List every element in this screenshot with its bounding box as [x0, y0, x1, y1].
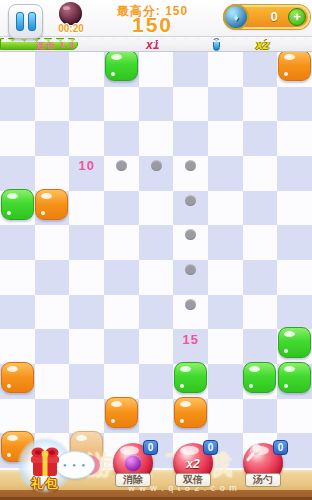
jelly-green[interactable] — [174, 362, 207, 393]
board-cell — [243, 329, 278, 364]
board-cell — [69, 295, 104, 330]
board-cell — [35, 156, 70, 191]
cell-number-label: 10 — [78, 158, 94, 173]
board-cell — [0, 225, 35, 260]
pause-button[interactable] — [8, 4, 43, 39]
board-cell — [243, 260, 278, 295]
board-cell — [69, 399, 104, 434]
board-grid — [0, 52, 312, 468]
board-cell — [208, 329, 243, 364]
board-cell — [243, 52, 278, 87]
board-cell — [104, 225, 139, 260]
powerup-eliminate-count-badge: 0 — [143, 440, 158, 455]
board-cell — [208, 156, 243, 191]
board-cell — [173, 87, 208, 122]
board-cell — [69, 225, 104, 260]
board-cell — [69, 121, 104, 156]
board-cell — [243, 399, 278, 434]
board-cell — [277, 295, 312, 330]
powerup-spoon-label: 汤勺 — [245, 473, 281, 487]
board-cell — [277, 87, 312, 122]
board-cell — [208, 260, 243, 295]
board-cell — [0, 329, 35, 364]
path-dot — [151, 160, 162, 171]
path-dot — [116, 160, 127, 171]
bomb-icon — [59, 2, 82, 25]
board-cell — [69, 260, 104, 295]
jelly-orange[interactable] — [35, 189, 68, 220]
board-cell — [69, 52, 104, 87]
jelly-green[interactable] — [243, 362, 276, 393]
board-cell — [277, 121, 312, 156]
board-cell — [139, 295, 174, 330]
board-cell — [139, 191, 174, 226]
board-cell — [277, 260, 312, 295]
board-cell — [243, 156, 278, 191]
board-cell — [173, 52, 208, 87]
board-cell — [0, 87, 35, 122]
board-cell — [208, 364, 243, 399]
jelly-orange[interactable] — [105, 397, 138, 428]
purple-ball-icon — [125, 455, 142, 472]
board-cell — [0, 52, 35, 87]
board-cell — [0, 295, 35, 330]
spoon-icon — [253, 453, 273, 473]
board-cell — [35, 329, 70, 364]
board-cell — [139, 364, 174, 399]
bubble-dots: ● ● ● — [63, 462, 87, 468]
board-cell — [104, 260, 139, 295]
current-score: 150 — [105, 13, 200, 37]
board-cell — [139, 225, 174, 260]
board-cell — [208, 399, 243, 434]
board-cell — [243, 121, 278, 156]
board-cell — [35, 399, 70, 434]
board-cell — [35, 121, 70, 156]
board-cell — [35, 295, 70, 330]
board-cell — [243, 191, 278, 226]
powerup-double-count-badge: 0 — [203, 440, 218, 455]
jelly-orange[interactable] — [1, 362, 34, 393]
board-cell — [277, 399, 312, 434]
board-cell — [69, 191, 104, 226]
board-cell — [208, 295, 243, 330]
bomb-timer: 00:20 — [46, 23, 96, 34]
jelly-green[interactable] — [278, 362, 311, 393]
board-cell — [104, 364, 139, 399]
board-cell — [0, 399, 35, 434]
path-dot — [185, 160, 196, 171]
jelly-green[interactable] — [105, 50, 138, 81]
cell-number-label: 15 — [182, 331, 198, 346]
powerup-double-label: 双倍 — [175, 473, 211, 487]
board-cell — [104, 87, 139, 122]
gem-capsule: ♦ 0 + — [224, 5, 310, 29]
jelly-green[interactable] — [1, 189, 34, 220]
board-cell — [243, 225, 278, 260]
board-cell — [0, 121, 35, 156]
board-cell — [208, 225, 243, 260]
board-cell — [35, 52, 70, 87]
board-cell — [69, 87, 104, 122]
board-cell — [243, 295, 278, 330]
powerup-spoon-count-badge: 0 — [273, 440, 288, 455]
board-cell — [35, 87, 70, 122]
board-cell — [208, 87, 243, 122]
board-cell — [104, 191, 139, 226]
board-cell — [243, 87, 278, 122]
x2-icon: x2 — [186, 454, 199, 472]
board-cell — [104, 121, 139, 156]
board-cell — [139, 399, 174, 434]
board-cell — [35, 364, 70, 399]
board-cell — [139, 121, 174, 156]
game-screen: 1015 游戏下载 w w w . q t 8 2 . c o m ● ● ● … — [0, 0, 312, 500]
powerup-eliminate-label: 消除 — [115, 473, 151, 487]
board-cell — [173, 121, 208, 156]
gift-label: 礼包 — [17, 475, 73, 493]
board-cell — [0, 156, 35, 191]
board-cell — [35, 225, 70, 260]
board-cell — [104, 329, 139, 364]
gem-icon: ♦ — [223, 4, 249, 30]
path-dot — [185, 264, 196, 275]
board-cell — [35, 260, 70, 295]
path-dot — [185, 195, 196, 206]
jelly-orange[interactable] — [174, 397, 207, 428]
board-cell — [208, 52, 243, 87]
board-cell — [0, 260, 35, 295]
board-cell — [139, 52, 174, 87]
board-cell — [139, 260, 174, 295]
board-cell — [277, 156, 312, 191]
add-gems-button[interactable]: + — [288, 8, 306, 26]
pause-icon — [16, 12, 24, 31]
board-cell — [277, 225, 312, 260]
jelly-green[interactable] — [278, 327, 311, 358]
board-cell — [139, 329, 174, 364]
board-cell — [277, 191, 312, 226]
game-board: 1015 — [0, 52, 312, 468]
board-cell — [69, 329, 104, 364]
board-cell — [104, 295, 139, 330]
board-cell — [208, 121, 243, 156]
jelly-orange[interactable] — [278, 50, 311, 81]
board-cell — [139, 87, 174, 122]
board-cell — [69, 364, 104, 399]
path-dot — [185, 299, 196, 310]
board-cell — [208, 191, 243, 226]
